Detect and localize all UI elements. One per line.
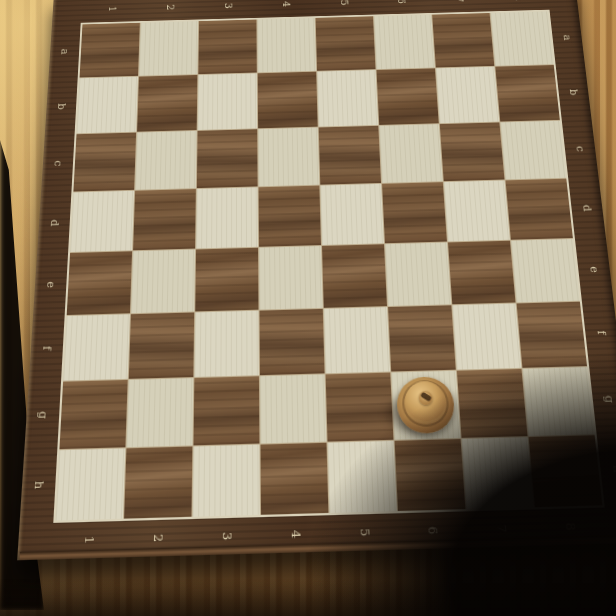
playing-area-border: ♗ — [53, 10, 605, 523]
square-c7 — [440, 122, 505, 181]
square-h3 — [193, 445, 260, 517]
square-e1 — [67, 251, 132, 315]
square-f3 — [194, 311, 259, 377]
square-f2 — [129, 312, 194, 378]
square-d3 — [196, 187, 258, 248]
square-e2 — [131, 250, 195, 314]
square-g8 — [523, 367, 595, 436]
square-g1 — [59, 380, 127, 449]
square-f7 — [452, 304, 521, 370]
square-h5 — [328, 441, 397, 513]
square-c4 — [258, 128, 319, 187]
square-h4 — [261, 443, 329, 515]
square-b5 — [317, 70, 378, 127]
white-bishop: ♗ — [391, 371, 460, 440]
square-d1 — [70, 191, 134, 252]
square-f5 — [324, 307, 390, 373]
chess-board: 12345678 12345678 abcdefgh abcdefgh ♗ — [17, 0, 616, 560]
square-a6 — [374, 15, 435, 69]
square-c2 — [135, 131, 197, 190]
square-d6 — [382, 182, 447, 243]
square-h1 — [56, 448, 126, 520]
square-c8 — [500, 121, 566, 180]
squares: ♗ — [56, 11, 603, 520]
square-c6 — [379, 124, 443, 183]
square-e5 — [322, 244, 387, 308]
square-b3 — [198, 73, 258, 130]
square-b2 — [137, 75, 197, 132]
square-c1 — [73, 133, 136, 192]
square-a4 — [257, 18, 316, 73]
square-h7 — [462, 437, 534, 509]
square-h2 — [124, 447, 192, 519]
square-f8 — [517, 302, 587, 368]
square-b8 — [495, 65, 560, 121]
square-c3 — [197, 129, 258, 188]
square-a3 — [198, 20, 256, 75]
square-a2 — [139, 21, 198, 76]
square-a8 — [490, 11, 553, 65]
square-d8 — [506, 179, 573, 240]
square-g7 — [457, 369, 528, 438]
square-g4 — [260, 374, 326, 443]
square-f1 — [63, 314, 130, 380]
square-e7 — [448, 241, 516, 305]
square-a1 — [80, 23, 140, 78]
square-a7 — [432, 13, 494, 67]
photo-stage: 12345678 12345678 abcdefgh abcdefgh ♗ — [0, 0, 616, 616]
square-e8 — [511, 239, 580, 302]
square-e4 — [259, 246, 323, 310]
square-e6 — [385, 242, 451, 306]
square-b7 — [436, 67, 499, 124]
square-a5 — [316, 16, 376, 71]
square-g3 — [193, 376, 259, 445]
square-h6 — [395, 439, 466, 511]
square-b4 — [258, 72, 318, 129]
square-b6 — [377, 68, 439, 125]
square-d5 — [320, 184, 384, 245]
square-d7 — [444, 180, 510, 241]
square-h8 — [529, 435, 603, 507]
square-c5 — [319, 126, 381, 185]
square-g6: ♗ — [391, 371, 460, 440]
piece-glyph: ♗ — [391, 371, 460, 440]
square-b1 — [77, 77, 138, 134]
square-f4 — [259, 309, 324, 375]
square-f6 — [388, 305, 456, 371]
square-d2 — [133, 189, 196, 250]
square-g2 — [126, 378, 193, 447]
square-d4 — [259, 186, 321, 247]
square-e3 — [195, 248, 258, 312]
